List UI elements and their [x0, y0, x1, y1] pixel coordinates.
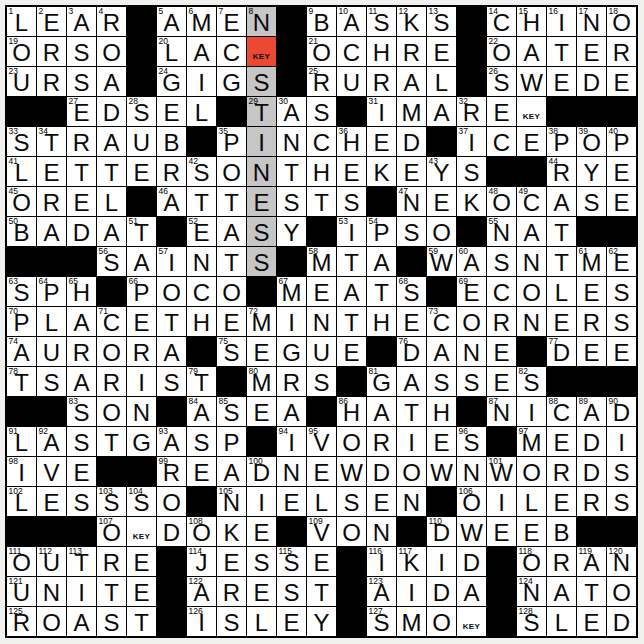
grid-cell[interactable]: D [367, 457, 396, 486]
grid-cell[interactable]: 94I [277, 427, 306, 456]
grid-cell[interactable]: A [517, 37, 546, 66]
grid-cell[interactable]: 42S [187, 157, 216, 186]
grid-cell[interactable]: S [157, 367, 186, 396]
grid-cell[interactable]: 54P [367, 217, 396, 246]
grid-cell[interactable]: 95V [307, 427, 336, 456]
grid-cell[interactable]: E [217, 307, 246, 336]
grid-cell[interactable]: 82S [517, 367, 546, 396]
grid-cell[interactable]: 22O [487, 37, 516, 66]
grid-cell[interactable]: E [307, 457, 336, 486]
grid-cell[interactable]: A [67, 607, 96, 636]
grid-cell[interactable]: R [217, 577, 246, 606]
highlighted-word-cell[interactable]: S [247, 67, 276, 96]
grid-cell[interactable]: T [157, 307, 186, 336]
grid-cell[interactable]: E [127, 577, 156, 606]
grid-cell[interactable]: H [307, 157, 336, 186]
grid-cell[interactable]: 48O [487, 187, 516, 216]
grid-cell[interactable]: Y [307, 607, 336, 636]
grid-cell[interactable]: U [127, 127, 156, 156]
grid-cell[interactable]: A [157, 337, 186, 366]
grid-cell[interactable]: M [397, 607, 426, 636]
grid-cell[interactable]: 43Y [427, 157, 456, 186]
grid-cell[interactable]: G [127, 427, 156, 456]
grid-cell[interactable]: I [187, 67, 216, 96]
grid-cell[interactable]: 117K [397, 547, 426, 576]
grid-cell[interactable]: E [277, 607, 306, 636]
grid-cell[interactable]: T [307, 187, 336, 216]
grid-cell[interactable]: T [277, 157, 306, 186]
grid-cell[interactable]: 102L [7, 487, 36, 516]
grid-cell[interactable]: 38P [547, 127, 576, 156]
grid-cell[interactable]: E [187, 457, 216, 486]
grid-cell[interactable]: R [37, 187, 66, 216]
grid-cell[interactable]: 4R [97, 7, 126, 36]
grid-cell[interactable]: 92A [37, 427, 66, 456]
grid-cell[interactable]: N [277, 127, 306, 156]
grid-cell[interactable]: A [427, 337, 456, 366]
grid-cell[interactable]: T [307, 577, 336, 606]
grid-cell[interactable]: 36H [337, 127, 366, 156]
grid-cell[interactable]: 7E [217, 7, 246, 36]
highlighted-word-cell[interactable]: S [247, 247, 276, 276]
grid-cell[interactable]: 73C [427, 307, 456, 336]
grid-cell[interactable]: R [277, 367, 306, 396]
grid-cell[interactable]: 57I [157, 247, 186, 276]
grid-cell[interactable]: K [217, 517, 246, 546]
grid-cell[interactable]: L [427, 67, 456, 96]
grid-cell[interactable]: 19O [7, 37, 36, 66]
grid-cell[interactable]: 11S [367, 7, 396, 36]
grid-cell[interactable]: 91L [7, 427, 36, 456]
grid-cell[interactable]: R [397, 37, 426, 66]
grid-cell[interactable]: O [217, 157, 246, 186]
grid-cell[interactable]: T [67, 157, 96, 186]
grid-cell[interactable]: E [427, 37, 456, 66]
grid-cell[interactable]: N [517, 247, 546, 276]
grid-cell[interactable]: 35P [217, 127, 246, 156]
grid-cell[interactable]: E [487, 517, 516, 546]
grid-cell[interactable]: 55N [487, 217, 516, 246]
grid-cell[interactable]: 106O [457, 487, 486, 516]
grid-cell[interactable]: 90D [607, 397, 636, 426]
grid-cell[interactable]: A [397, 367, 426, 396]
grid-cell[interactable]: 105N [217, 487, 246, 516]
grid-cell[interactable]: 46A [157, 187, 186, 216]
grid-cell[interactable]: A [67, 307, 96, 336]
grid-cell[interactable]: 70P [7, 307, 36, 336]
grid-cell[interactable]: A [547, 187, 576, 216]
grid-cell[interactable]: 53I [337, 217, 366, 246]
grid-cell[interactable]: 30A [277, 97, 306, 126]
grid-cell[interactable]: E [367, 487, 396, 516]
grid-cell[interactable]: 63S [7, 277, 36, 306]
grid-cell[interactable]: A [187, 37, 216, 66]
grid-cell[interactable]: 21O [307, 37, 336, 66]
grid-cell[interactable]: D [157, 517, 186, 546]
grid-cell[interactable]: N [277, 457, 306, 486]
grid-cell[interactable]: W [517, 67, 546, 96]
grid-cell[interactable]: K [367, 157, 396, 186]
grid-cell[interactable]: 97M [517, 427, 546, 456]
grid-cell[interactable]: R [367, 67, 396, 96]
grid-cell[interactable]: 61M [577, 247, 606, 276]
grid-cell[interactable]: 77D [547, 337, 576, 366]
grid-cell[interactable]: I [127, 367, 156, 396]
grid-cell[interactable]: 87N [487, 397, 516, 426]
grid-cell[interactable]: D [607, 607, 636, 636]
grid-cell[interactable]: T [547, 217, 576, 246]
grid-cell[interactable]: L [307, 487, 336, 516]
grid-cell[interactable]: I [397, 427, 426, 456]
grid-cell[interactable]: S [67, 37, 96, 66]
grid-cell[interactable]: 28S [127, 97, 156, 126]
grid-cell[interactable]: A [217, 457, 246, 486]
key-rebus-cell[interactable]: KEY [457, 607, 486, 636]
grid-cell[interactable]: T [217, 187, 246, 216]
grid-cell[interactable]: T [127, 607, 156, 636]
grid-cell[interactable]: C [217, 37, 246, 66]
grid-cell[interactable]: I [517, 397, 546, 426]
grid-cell[interactable]: W [427, 457, 456, 486]
grid-cell[interactable]: O [157, 277, 186, 306]
grid-cell[interactable]: E [37, 487, 66, 516]
grid-cell[interactable]: W [337, 457, 366, 486]
grid-cell[interactable]: 84A [187, 397, 216, 426]
grid-cell[interactable]: E [337, 337, 366, 366]
grid-cell[interactable]: E [487, 367, 516, 396]
grid-cell[interactable]: E [157, 97, 186, 126]
grid-cell[interactable]: C [487, 127, 516, 156]
grid-cell[interactable]: 88C [547, 397, 576, 426]
grid-cell[interactable]: N [457, 337, 486, 366]
grid-cell[interactable]: A [67, 367, 96, 396]
grid-cell[interactable]: O [517, 457, 546, 486]
grid-cell[interactable]: 101W [487, 457, 516, 486]
grid-cell[interactable]: E [607, 337, 636, 366]
grid-cell[interactable]: E [487, 337, 516, 366]
grid-cell[interactable]: E [217, 547, 246, 576]
grid-cell[interactable]: C [307, 127, 336, 156]
grid-cell[interactable]: 100D [247, 457, 276, 486]
grid-cell[interactable]: 16I [547, 7, 576, 36]
highlighted-word-cell[interactable]: N [247, 157, 276, 186]
grid-cell[interactable]: 14C [487, 7, 516, 36]
grid-cell[interactable]: S [577, 187, 606, 216]
grid-cell[interactable]: S [187, 427, 216, 456]
grid-cell[interactable]: W [457, 517, 486, 546]
grid-cell[interactable]: 12K [397, 7, 426, 36]
grid-cell[interactable]: U [337, 67, 366, 96]
grid-cell[interactable]: 81G [367, 367, 396, 396]
grid-cell[interactable]: H [367, 307, 396, 336]
grid-cell[interactable]: N [457, 457, 486, 486]
grid-cell[interactable]: C [337, 37, 366, 66]
grid-cell[interactable]: G [217, 67, 246, 96]
grid-cell[interactable]: T [397, 397, 426, 426]
grid-cell[interactable]: A [97, 67, 126, 96]
grid-cell[interactable]: 128S [517, 607, 546, 636]
grid-cell[interactable]: A [37, 217, 66, 246]
grid-cell[interactable]: E [577, 277, 606, 306]
grid-cell[interactable]: O [337, 517, 366, 546]
key-rebus-cell[interactable]: KEY [517, 97, 546, 126]
grid-cell[interactable]: 34T [37, 127, 66, 156]
grid-cell[interactable]: A [397, 67, 426, 96]
grid-cell[interactable]: 68S [397, 277, 426, 306]
grid-cell[interactable]: T [577, 577, 606, 606]
grid-cell[interactable]: E [577, 607, 606, 636]
grid-cell[interactable]: 125R [7, 607, 36, 636]
grid-cell[interactable]: 3A [67, 7, 96, 36]
grid-cell[interactable]: S [277, 577, 306, 606]
grid-cell[interactable]: I [607, 427, 636, 456]
grid-cell[interactable]: H [187, 307, 216, 336]
grid-cell[interactable]: 32R [457, 97, 486, 126]
grid-cell[interactable]: S [67, 487, 96, 516]
grid-cell[interactable]: 24G [157, 67, 186, 96]
grid-cell[interactable]: T [187, 187, 216, 216]
grid-cell[interactable]: 71C [97, 307, 126, 336]
grid-cell[interactable]: D [427, 577, 456, 606]
grid-cell[interactable]: 103S [97, 487, 126, 516]
grid-cell[interactable]: S [37, 367, 66, 396]
grid-cell[interactable]: V [37, 457, 66, 486]
grid-cell[interactable]: E [427, 187, 456, 216]
grid-cell[interactable]: E [577, 37, 606, 66]
grid-cell[interactable]: R [37, 37, 66, 66]
grid-cell[interactable]: G [277, 337, 306, 366]
grid-cell[interactable]: O [427, 217, 456, 246]
grid-cell[interactable]: E [547, 427, 576, 456]
grid-cell[interactable]: 9B [307, 7, 336, 36]
grid-cell[interactable]: O [97, 337, 126, 366]
grid-cell[interactable]: S [247, 547, 276, 576]
grid-cell[interactable]: 39O [577, 127, 606, 156]
grid-cell[interactable]: 114J [187, 547, 216, 576]
grid-cell[interactable]: N [367, 517, 396, 546]
grid-cell[interactable]: S [457, 367, 486, 396]
grid-cell[interactable]: I [67, 577, 96, 606]
grid-cell[interactable]: I [247, 487, 276, 516]
grid-cell[interactable]: T [97, 577, 126, 606]
grid-cell[interactable]: 65H [67, 277, 96, 306]
grid-cell[interactable]: R [67, 337, 96, 366]
grid-cell[interactable]: 79T [187, 367, 216, 396]
grid-cell[interactable]: H [367, 37, 396, 66]
grid-cell[interactable]: N [127, 397, 156, 426]
grid-cell[interactable]: 45O [7, 187, 36, 216]
grid-cell[interactable]: 49C [517, 187, 546, 216]
grid-cell[interactable]: 122A [187, 577, 216, 606]
grid-cell[interactable]: 33S [7, 127, 36, 156]
grid-cell[interactable]: 44R [547, 157, 576, 186]
grid-cell[interactable]: S [67, 67, 96, 96]
grid-cell[interactable]: S [97, 607, 126, 636]
grid-cell[interactable]: L [187, 97, 216, 126]
grid-cell[interactable]: Y [577, 157, 606, 186]
grid-cell[interactable]: 69E [457, 277, 486, 306]
grid-cell[interactable]: 50B [7, 217, 36, 246]
grid-cell[interactable]: 23U [7, 67, 36, 96]
grid-cell[interactable]: 118O [517, 547, 546, 576]
grid-cell[interactable]: E [127, 307, 156, 336]
grid-cell[interactable]: E [607, 157, 636, 186]
grid-cell[interactable]: N [187, 247, 216, 276]
grid-cell[interactable]: 72M [247, 307, 276, 336]
grid-cell[interactable]: T [217, 247, 246, 276]
grid-cell[interactable]: R [547, 547, 576, 576]
grid-cell[interactable]: E [67, 187, 96, 216]
grid-cell[interactable]: A [547, 577, 576, 606]
grid-cell[interactable]: A [97, 127, 126, 156]
grid-cell[interactable]: A [457, 577, 486, 606]
grid-cell[interactable]: T [367, 277, 396, 306]
grid-cell[interactable]: 66P [127, 277, 156, 306]
grid-cell[interactable]: N [397, 487, 426, 516]
grid-cell[interactable]: D [577, 457, 606, 486]
grid-cell[interactable]: D [577, 427, 606, 456]
grid-cell[interactable]: 126I [187, 607, 216, 636]
grid-cell[interactable]: 107O [97, 517, 126, 546]
grid-cell[interactable]: L [517, 487, 546, 516]
grid-cell[interactable]: E [397, 307, 426, 336]
highlighted-word-cell[interactable]: 8N [247, 7, 276, 36]
grid-cell[interactable]: 115S [277, 547, 306, 576]
grid-cell[interactable]: A [127, 247, 156, 276]
grid-cell[interactable]: I [277, 307, 306, 336]
grid-cell[interactable]: E [397, 157, 426, 186]
grid-cell[interactable]: T [337, 247, 366, 276]
grid-cell[interactable]: 60A [457, 247, 486, 276]
grid-cell[interactable]: A [517, 217, 546, 246]
grid-cell[interactable]: L [97, 187, 126, 216]
grid-cell[interactable]: 80M [247, 367, 276, 396]
grid-cell[interactable]: 64P [37, 277, 66, 306]
grid-cell[interactable]: E [577, 337, 606, 366]
grid-cell[interactable]: 76D [397, 337, 426, 366]
grid-cell[interactable]: U [37, 337, 66, 366]
grid-cell[interactable]: R [577, 487, 606, 516]
grid-cell[interactable]: S [337, 187, 366, 216]
grid-cell[interactable]: O [607, 577, 636, 606]
grid-cell[interactable]: L [37, 307, 66, 336]
grid-cell[interactable]: E [337, 157, 366, 186]
grid-cell[interactable]: 89A [577, 397, 606, 426]
grid-cell[interactable]: A [427, 97, 456, 126]
grid-cell[interactable]: 74A [7, 337, 36, 366]
grid-cell[interactable]: N [307, 307, 336, 336]
grid-cell[interactable]: R [37, 67, 66, 96]
grid-cell[interactable]: A [367, 397, 396, 426]
grid-cell[interactable]: T [337, 307, 366, 336]
grid-cell[interactable]: R [487, 307, 516, 336]
grid-cell[interactable]: S [457, 157, 486, 186]
grid-cell[interactable]: 47N [397, 187, 426, 216]
grid-cell[interactable]: E [37, 157, 66, 186]
grid-cell[interactable]: T [97, 157, 126, 186]
grid-cell[interactable]: E [367, 127, 396, 156]
selected-key-rebus-cell[interactable]: KEY [247, 37, 276, 66]
grid-cell[interactable]: 83S [67, 397, 96, 426]
grid-cell[interactable]: O [217, 277, 246, 306]
grid-cell[interactable]: E [607, 187, 636, 216]
grid-cell[interactable]: 78T [7, 367, 36, 396]
grid-cell[interactable]: E [307, 547, 336, 576]
grid-cell[interactable]: P [217, 427, 246, 456]
grid-cell[interactable]: 120N [607, 547, 636, 576]
grid-cell[interactable]: O [157, 487, 186, 516]
grid-cell[interactable]: S [607, 307, 636, 336]
grid-cell[interactable]: 99R [157, 457, 186, 486]
grid-cell[interactable]: O [37, 607, 66, 636]
grid-cell[interactable]: I [427, 547, 456, 576]
grid-cell[interactable]: I [397, 577, 426, 606]
grid-cell[interactable]: R [367, 427, 396, 456]
grid-cell[interactable]: T [547, 37, 576, 66]
grid-cell[interactable]: 51T [127, 217, 156, 246]
grid-cell[interactable]: 111O [7, 547, 36, 576]
grid-cell[interactable]: S [607, 277, 636, 306]
grid-cell[interactable]: U [307, 337, 336, 366]
grid-cell[interactable]: L [247, 607, 276, 636]
grid-cell[interactable]: 59W [427, 247, 456, 276]
grid-cell[interactable]: A [277, 397, 306, 426]
grid-cell[interactable]: M [397, 97, 426, 126]
grid-cell[interactable]: S [277, 187, 306, 216]
grid-cell[interactable]: 6M [187, 7, 216, 36]
grid-cell[interactable]: E [487, 97, 516, 126]
grid-cell[interactable]: E [247, 397, 276, 426]
grid-cell[interactable]: B [157, 127, 186, 156]
grid-cell[interactable]: R [157, 157, 186, 186]
grid-cell[interactable]: Y [277, 217, 306, 246]
grid-cell[interactable]: O [427, 607, 456, 636]
grid-cell[interactable]: 124N [517, 577, 546, 606]
grid-cell[interactable]: S [397, 217, 426, 246]
grid-cell[interactable]: 93A [157, 427, 186, 456]
grid-cell[interactable]: 56S [97, 247, 126, 276]
grid-cell[interactable]: S [307, 367, 336, 396]
highlighted-word-cell[interactable]: I [247, 127, 276, 156]
key-rebus-cell[interactable]: KEY [127, 517, 156, 546]
grid-cell[interactable]: E [517, 127, 546, 156]
grid-cell[interactable]: D [97, 97, 126, 126]
grid-cell[interactable]: O [337, 427, 366, 456]
grid-cell[interactable]: 62E [607, 247, 636, 276]
grid-cell[interactable]: 27E [67, 97, 96, 126]
grid-cell[interactable]: 123A [367, 577, 396, 606]
grid-cell[interactable]: D [457, 547, 486, 576]
grid-cell[interactable]: E [427, 427, 456, 456]
grid-cell[interactable]: E [307, 277, 336, 306]
grid-cell[interactable]: E [517, 517, 546, 546]
grid-cell[interactable]: D [577, 67, 606, 96]
grid-cell[interactable]: S [607, 487, 636, 516]
grid-cell[interactable]: C [487, 277, 516, 306]
grid-cell[interactable]: S [427, 367, 456, 396]
grid-cell[interactable]: 104S [127, 487, 156, 516]
grid-cell[interactable]: C [187, 277, 216, 306]
grid-cell[interactable]: 40P [607, 127, 636, 156]
grid-cell[interactable]: E [127, 547, 156, 576]
grid-cell[interactable]: 2E [37, 7, 66, 36]
grid-cell[interactable]: 15H [517, 7, 546, 36]
grid-cell[interactable]: N [37, 577, 66, 606]
grid-cell[interactable]: O [97, 37, 126, 66]
highlighted-word-cell[interactable]: S [247, 217, 276, 246]
grid-cell[interactable]: O [517, 277, 546, 306]
grid-cell[interactable]: 1L [7, 7, 36, 36]
